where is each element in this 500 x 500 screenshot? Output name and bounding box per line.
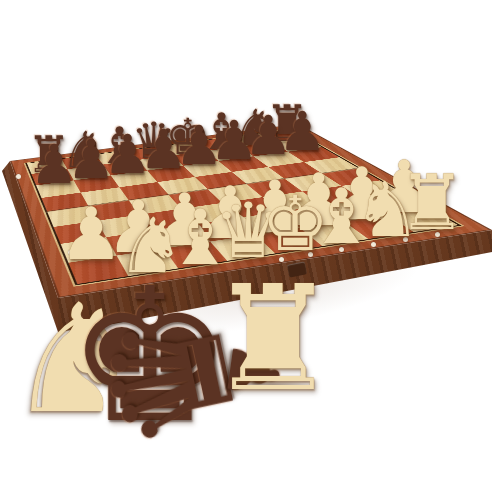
chess-set-photo: ♜♞♝♛♚♝♞♜♟♟♟♟♟♟♟♟♟♟♟♟♟♟♟♟♞♝♛♚♝♞♜♞♚♛♟♜ [0,0,500,500]
piece-dark-pawn-c7: ♟ [104,128,152,182]
piece-light-rook-h1: ♜ [397,165,465,241]
offboard-light-rook: ♜ [208,266,338,411]
piece-dark-pawn-h7: ♟ [278,105,326,159]
piece-dark-pawn-f7: ♟ [210,114,258,168]
magnet-dot [16,174,21,179]
piece-light-bishop-f1: ♝ [308,179,376,255]
